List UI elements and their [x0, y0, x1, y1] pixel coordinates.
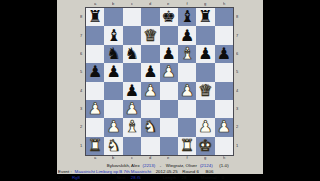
square-c1: [123, 137, 141, 155]
square-g7: [196, 26, 214, 44]
square-a4: [86, 82, 104, 100]
black-pawn-h6: ♟: [217, 46, 231, 62]
white-pawn-e5: ♟: [162, 64, 176, 80]
white-rook-f1: ♜: [180, 138, 194, 154]
square-a1: ♜: [86, 137, 104, 155]
rank-label-5: 5: [234, 63, 241, 81]
square-g3: [196, 100, 214, 118]
black-rook-a8: ♜: [88, 9, 102, 25]
black-pawn-c4: ♟: [125, 83, 139, 99]
black-pawn-d5: ♟: [143, 64, 157, 80]
next-move-group: Next : 28.f5: [116, 176, 161, 180]
move-number: 27. ...: [58, 175, 69, 180]
square-c2: ♝: [123, 118, 141, 136]
rank-label-2: 2: [234, 118, 241, 136]
white-pawn-a3: ♟: [88, 101, 102, 117]
square-h3: [215, 100, 233, 118]
file-label-d: d: [141, 0, 159, 8]
square-c7: [123, 26, 141, 44]
square-b1: ♞: [104, 137, 122, 155]
white-pawn-f4: ♟: [180, 83, 194, 99]
file-label-f: f: [178, 0, 196, 8]
black-knight-c6: ♞: [125, 46, 139, 62]
square-a8: ♜: [86, 8, 104, 26]
square-g8: ♜: [196, 8, 214, 26]
square-a2: [86, 118, 104, 136]
last-move-group: 27. ... Rg8: [58, 176, 115, 180]
square-f7: ♟: [178, 26, 196, 44]
rank-label-1: 1: [234, 137, 241, 155]
file-label-g: g: [196, 0, 214, 8]
black-pawn-f7: ♟: [180, 28, 194, 44]
square-h5: [215, 63, 233, 81]
square-f2: [178, 118, 196, 136]
file-label-a: a: [86, 0, 104, 8]
square-h2: ♟: [215, 118, 233, 136]
square-d1: [141, 137, 159, 155]
square-e6: ♟: [160, 45, 178, 63]
material-value: 0: [222, 175, 224, 180]
square-d3: [141, 100, 159, 118]
white-pawn-h2: ♟: [217, 119, 231, 135]
rank-label-4: 4: [234, 82, 241, 100]
black-knight-b6: ♞: [106, 46, 120, 62]
file-labels-top: abcdefgh: [86, 0, 233, 8]
white-pawn-g2: ♟: [198, 119, 212, 135]
square-b4: [104, 82, 122, 100]
square-e1: [160, 137, 178, 155]
rank-label-8: 8: [78, 8, 85, 26]
square-c3: ♟: [123, 100, 141, 118]
square-f4: ♟: [178, 82, 196, 100]
square-c5: [123, 63, 141, 81]
square-g5: [196, 63, 214, 81]
square-c8: [123, 8, 141, 26]
next-label: Next :: [116, 175, 127, 180]
square-c4: ♟: [123, 82, 141, 100]
black-pawn-b5: ♟: [106, 64, 120, 80]
rank-labels-right: 87654321: [234, 8, 241, 155]
square-b5: ♟: [104, 63, 122, 81]
square-e8: ♚: [160, 8, 178, 26]
white-bishop-c2: ♝: [125, 119, 139, 135]
rank-label-1: 1: [78, 137, 85, 155]
black-bishop-f8: ♝: [180, 9, 194, 25]
square-h4: [215, 82, 233, 100]
rank-label-3: 3: [78, 100, 85, 118]
next-move: 28.f5: [131, 175, 141, 180]
square-b8: [104, 8, 122, 26]
square-e5: ♟: [160, 63, 178, 81]
square-f3: [178, 100, 196, 118]
white-knight-b1: ♞: [106, 138, 120, 154]
square-g4: ♛: [196, 82, 214, 100]
square-d8: [141, 8, 159, 26]
square-a5: ♟: [86, 63, 104, 81]
square-e7: [160, 26, 178, 44]
black-bishop-b7: ♝: [106, 28, 120, 44]
square-b3: [104, 100, 122, 118]
file-label-e: e: [160, 0, 178, 8]
square-b7: ♝: [104, 26, 122, 44]
length-value: 28: [182, 175, 187, 180]
black-king-e8: ♚: [162, 9, 176, 25]
square-a6: [86, 45, 104, 63]
square-h1: [215, 137, 233, 155]
rank-label-7: 7: [78, 26, 85, 44]
square-a7: [86, 26, 104, 44]
move-status-line: 27. ... Rg8 Next : 28.f5 Length : 28 Mat…: [58, 168, 320, 181]
video-frame: abcdefgh abcdefgh 87654321 87654321 ♜♚♝♜…: [0, 0, 320, 180]
length-label: Length :: [163, 175, 179, 180]
square-h7: [215, 26, 233, 44]
material-label: Material :: [201, 175, 219, 180]
rank-label-4: 4: [78, 82, 85, 100]
chess-board: ♜♚♝♜♝♛♟♞♞♟♝♟♟♟♟♟♟♟♟♟♛♟♟♟♝♞♟♟♜♞♜♚: [86, 8, 233, 155]
rank-label-8: 8: [234, 8, 241, 26]
white-knight-d2: ♞: [143, 119, 157, 135]
square-g2: ♟: [196, 118, 214, 136]
file-label-h: h: [215, 0, 233, 8]
rank-label-6: 6: [234, 45, 241, 63]
white-pawn-c3: ♟: [125, 101, 139, 117]
square-e2: [160, 118, 178, 136]
black-rook-g8: ♜: [198, 9, 212, 25]
white-bishop-f6: ♝: [180, 46, 194, 62]
square-f8: ♝: [178, 8, 196, 26]
length-group: Length : 28: [163, 176, 200, 180]
square-e3: [160, 100, 178, 118]
rank-label-7: 7: [234, 26, 241, 44]
square-b2: ♟: [104, 118, 122, 136]
file-label-c: c: [123, 0, 141, 8]
square-f1: ♜: [178, 137, 196, 155]
square-f6: ♝: [178, 45, 196, 63]
white-queen-g4: ♛: [198, 83, 212, 99]
square-e4: [160, 82, 178, 100]
square-d2: ♞: [141, 118, 159, 136]
rank-label-6: 6: [78, 45, 85, 63]
black-pawn-g6: ♟: [198, 46, 212, 62]
rank-labels-left: 87654321: [78, 8, 85, 155]
white-king-g1: ♚: [198, 138, 212, 154]
white-rook-a1: ♜: [88, 138, 102, 154]
square-a3: ♟: [86, 100, 104, 118]
white-pawn-d4: ♟: [143, 83, 157, 99]
square-f5: [178, 63, 196, 81]
last-move: Rg8: [72, 175, 80, 180]
square-b6: ♞: [104, 45, 122, 63]
rank-label-5: 5: [78, 63, 85, 81]
square-d7: ♛: [141, 26, 159, 44]
white-pawn-b2: ♟: [106, 119, 120, 135]
black-pawn-a5: ♟: [88, 64, 102, 80]
square-g1: ♚: [196, 137, 214, 155]
square-d5: ♟: [141, 63, 159, 81]
square-h6: ♟: [215, 45, 233, 63]
rank-label-2: 2: [78, 118, 85, 136]
square-h8: [215, 8, 233, 26]
square-d4: ♟: [141, 82, 159, 100]
black-pawn-e6: ♟: [162, 46, 176, 62]
square-g6: ♟: [196, 45, 214, 63]
square-d6: [141, 45, 159, 63]
file-label-b: b: [104, 0, 122, 8]
square-c6: ♞: [123, 45, 141, 63]
white-queen-d7: ♛: [143, 28, 157, 44]
rank-label-3: 3: [234, 100, 241, 118]
material-group: Material : 0: [201, 175, 224, 180]
